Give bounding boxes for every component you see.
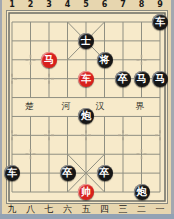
top-coordinate-labels: 123456789 [3,0,170,10]
board-point-8-9[interactable] [132,164,151,183]
board-point-5-7[interactable] [77,126,96,145]
piece-black-炮[interactable]: 炮 [78,108,94,124]
board-point-9-1[interactable]: 车 [151,13,170,32]
board-point-3-6[interactable] [40,107,59,126]
board-point-1-8[interactable] [3,145,22,164]
piece-black-车[interactable]: 车 [152,14,168,30]
board-point-4-1[interactable] [58,13,77,32]
window-edge-left [0,0,2,219]
board-point-4-10[interactable] [58,182,77,201]
board-point-4-4[interactable] [58,69,77,88]
board-point-6-9[interactable]: 卒 [95,164,114,183]
board-point-4-9[interactable]: 卒 [58,164,77,183]
board-point-6-7[interactable] [95,126,114,145]
board-point-9-2[interactable] [151,31,170,50]
piece-red-车[interactable]: 车 [78,71,94,87]
board-point-7-2[interactable] [114,31,133,50]
board-point-7-3[interactable] [114,50,133,69]
board-point-1-7[interactable] [3,126,22,145]
board-point-3-7[interactable] [40,126,59,145]
board-point-6-10[interactable] [95,182,114,201]
xiangqi-board: 楚河汉界 车士马将车卒马马炮车卒卒帅炮 [6,10,168,204]
piece-black-卒[interactable]: 卒 [115,71,131,87]
board-point-9-10[interactable] [151,182,170,201]
board-point-9-7[interactable] [151,126,170,145]
coordinate-label: 5 [77,0,96,10]
piece-black-士[interactable]: 士 [78,33,94,49]
board-point-3-9[interactable] [40,164,59,183]
board-point-4-5[interactable] [58,88,77,107]
board-point-2-4[interactable] [21,69,40,88]
window-edge-bottom [0,214,174,219]
board-point-3-4[interactable] [40,69,59,88]
board-point-8-2[interactable] [132,31,151,50]
board-point-1-10[interactable] [3,182,22,201]
piece-black-车[interactable]: 车 [4,165,20,181]
board-point-7-1[interactable] [114,13,133,32]
board-point-4-2[interactable] [58,31,77,50]
board-point-1-5[interactable] [3,88,22,107]
board-point-5-6[interactable]: 炮 [77,107,96,126]
board-point-5-8[interactable] [77,145,96,164]
board-point-6-4[interactable] [95,69,114,88]
board-point-8-5[interactable] [132,88,151,107]
board-point-6-2[interactable] [95,31,114,50]
board-point-7-5[interactable] [114,88,133,107]
board-point-8-1[interactable] [132,13,151,32]
board-point-3-1[interactable] [40,13,59,32]
board-point-7-7[interactable] [114,126,133,145]
piece-black-卒[interactable]: 卒 [60,165,76,181]
board-point-5-9[interactable] [77,164,96,183]
coordinate-label: 1 [3,0,22,10]
board-point-4-6[interactable] [58,107,77,126]
board-point-2-3[interactable] [21,50,40,69]
board-point-2-9[interactable] [21,164,40,183]
board-point-5-1[interactable] [77,13,96,32]
board-point-3-3[interactable]: 马 [40,50,59,69]
board-point-5-4[interactable]: 车 [77,69,96,88]
board-point-9-5[interactable] [151,88,170,107]
board-point-6-8[interactable] [95,145,114,164]
board-point-1-1[interactable] [3,13,22,32]
board-point-4-3[interactable] [58,50,77,69]
board-point-4-7[interactable] [58,126,77,145]
board-point-3-8[interactable] [40,145,59,164]
board-point-9-3[interactable] [151,50,170,69]
board-point-6-1[interactable] [95,13,114,32]
board-point-8-4[interactable]: 马 [132,69,151,88]
window-edge-right [171,0,174,219]
piece-red-马[interactable]: 马 [41,52,57,68]
piece-black-马[interactable]: 马 [134,71,150,87]
piece-black-马[interactable]: 马 [152,71,168,87]
board-point-8-7[interactable] [132,126,151,145]
board-point-8-6[interactable] [132,107,151,126]
coordinate-label: 9 [151,0,170,10]
board-point-9-4[interactable]: 马 [151,69,170,88]
piece-black-卒[interactable]: 卒 [97,165,113,181]
board-point-7-10[interactable] [114,182,133,201]
board-point-8-8[interactable] [132,145,151,164]
board-point-6-6[interactable] [95,107,114,126]
coordinate-label: 3 [40,0,59,10]
xiangqi-app: 123456789 楚河汉界 车士马将车卒马马炮车卒卒帅炮 九八七六五四三二一 [0,0,174,219]
board-point-5-10[interactable]: 帅 [77,182,96,201]
coordinate-label: 7 [114,0,133,10]
board-point-6-3[interactable]: 将 [95,50,114,69]
board-point-5-3[interactable] [77,50,96,69]
board-point-2-5[interactable] [21,88,40,107]
board-point-7-6[interactable] [114,107,133,126]
board-point-7-9[interactable] [114,164,133,183]
board-point-1-3[interactable] [3,50,22,69]
coordinate-label: 8 [132,0,151,10]
board-point-1-9[interactable]: 车 [3,164,22,183]
piece-black-将[interactable]: 将 [97,52,113,68]
board-point-3-2[interactable] [40,31,59,50]
board-point-1-2[interactable] [3,31,22,50]
board-point-7-8[interactable] [114,145,133,164]
board-point-9-6[interactable] [151,107,170,126]
board-point-5-2[interactable]: 士 [77,31,96,50]
coordinate-label: 6 [95,0,114,10]
board-point-8-10[interactable]: 炮 [132,182,151,201]
board-point-2-8[interactable] [21,145,40,164]
board-point-3-10[interactable] [40,182,59,201]
coordinate-label: 2 [21,0,40,10]
board-point-6-5[interactable] [95,88,114,107]
board-point-5-5[interactable] [77,88,96,107]
board-grid: 车士马将车卒马马炮车卒卒帅炮 [3,13,170,202]
board-point-1-6[interactable] [3,107,22,126]
piece-black-炮[interactable]: 炮 [134,184,150,200]
board-point-2-1[interactable] [21,13,40,32]
board-point-2-2[interactable] [21,31,40,50]
board-point-2-7[interactable] [21,126,40,145]
board-point-9-9[interactable] [151,164,170,183]
board-point-3-5[interactable] [40,88,59,107]
board-point-9-8[interactable] [151,145,170,164]
board-point-4-8[interactable] [58,145,77,164]
board-point-7-4[interactable]: 卒 [114,69,133,88]
board-point-8-3[interactable] [132,50,151,69]
piece-red-帅[interactable]: 帅 [78,184,94,200]
coordinate-label: 4 [58,0,77,10]
board-point-1-4[interactable] [3,69,22,88]
board-point-2-6[interactable] [21,107,40,126]
board-point-2-10[interactable] [21,182,40,201]
